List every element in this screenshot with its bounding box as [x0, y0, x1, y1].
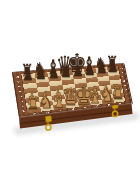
rank-label-4-left: 4 — [19, 96, 23, 98]
piece-black-pawn-c7[interactable]: ♟ — [48, 66, 59, 81]
piece-black-pawn-h7[interactable]: ♟ — [107, 60, 118, 75]
rank-label-1-left: 1 — [21, 110, 25, 112]
piece-black-pawn-a7[interactable]: ♟ — [23, 68, 34, 83]
rank-label-5-right: 5 — [123, 80, 126, 82]
piece-black-pawn-e7[interactable]: ♟ — [73, 64, 84, 79]
rank-label-6-left: 6 — [18, 86, 21, 88]
piece-black-pawn-f7[interactable]: ♟ — [84, 63, 95, 78]
rank-label-6-right: 6 — [122, 76, 125, 78]
piece-white-rook-a1[interactable]: ♜ — [26, 95, 39, 112]
rank-label-3-right: 3 — [125, 89, 128, 91]
piece-black-pawn-d7[interactable]: ♟ — [61, 65, 72, 80]
rank-label-7-left: 7 — [17, 81, 20, 83]
rank-label-8-right: 8 — [120, 67, 123, 69]
rank-label-1-right: 1 — [127, 98, 130, 100]
piece-white-rook-h1[interactable]: ♜ — [112, 85, 125, 102]
rank-label-2-left: 2 — [21, 105, 25, 107]
rank-label-3-left: 3 — [20, 100, 24, 102]
rank-label-5-left: 5 — [18, 91, 21, 93]
piece-black-pawn-b7[interactable]: ♟ — [35, 67, 46, 82]
piece-black-pawn-g7[interactable]: ♟ — [96, 61, 107, 76]
rank-label-8-left: 8 — [16, 76, 19, 78]
rank-label-2-right: 2 — [126, 93, 129, 95]
rank-label-7-right: 7 — [121, 72, 124, 74]
chess-set-photo: aabbccddeeffgghh8877665544332211 ♜♞♝♛♚♝♞… — [0, 0, 140, 187]
